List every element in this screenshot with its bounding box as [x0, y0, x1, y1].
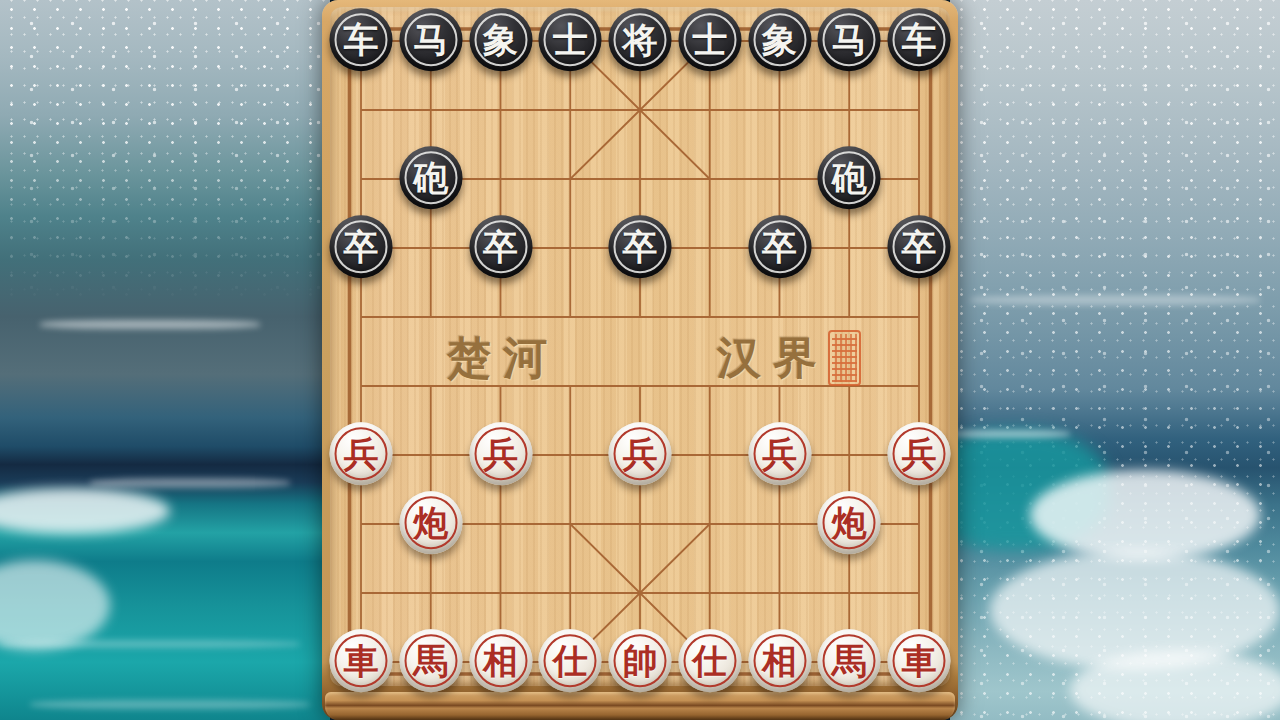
piece-black-elephant[interactable]: 象	[469, 8, 532, 71]
piece-black-cannon[interactable]: 砲	[818, 146, 881, 209]
piece-label: 士	[692, 22, 727, 57]
piece-label: 馬	[832, 643, 867, 678]
piece-black-soldier[interactable]: 卒	[888, 215, 951, 278]
piece-black-soldier[interactable]: 卒	[469, 215, 532, 278]
piece-label: 砲	[413, 160, 448, 195]
piece-label: 仕	[553, 643, 588, 678]
piece-label: 車	[902, 643, 937, 678]
piece-label: 马	[832, 22, 867, 57]
piece-black-advisor[interactable]: 士	[678, 8, 741, 71]
piece-label: 车	[344, 22, 379, 57]
piece-label: 仕	[692, 643, 727, 678]
piece-red-cannon[interactable]: 炮	[399, 491, 462, 554]
river-label-right: 汉界	[703, 329, 843, 388]
ocean-background-left	[0, 0, 330, 720]
piece-red-advisor[interactable]: 仕	[678, 629, 741, 692]
piece-red-soldier[interactable]: 兵	[888, 422, 951, 485]
sparkle-overlay	[950, 0, 1280, 720]
piece-label: 卒	[902, 229, 937, 264]
river-seal-stamp	[828, 330, 861, 386]
piece-black-horse[interactable]: 马	[399, 8, 462, 71]
piece-red-cannon[interactable]: 炮	[818, 491, 881, 554]
piece-label: 车	[902, 22, 937, 57]
piece-red-soldier[interactable]: 兵	[748, 422, 811, 485]
sparkle-overlay	[0, 0, 330, 720]
piece-label: 相	[762, 643, 797, 678]
wave-foam	[990, 550, 1280, 670]
piece-black-horse[interactable]: 马	[818, 8, 881, 71]
piece-red-soldier[interactable]: 兵	[469, 422, 532, 485]
piece-red-soldier[interactable]: 兵	[609, 422, 672, 485]
wave-foam	[0, 560, 110, 650]
piece-label: 兵	[762, 436, 797, 471]
wave-wisp	[30, 700, 310, 709]
piece-red-chariot[interactable]: 車	[330, 629, 393, 692]
ocean-background-right	[950, 0, 1280, 720]
piece-red-chariot[interactable]: 車	[888, 629, 951, 692]
piece-label: 马	[413, 22, 448, 57]
piece-red-advisor[interactable]: 仕	[539, 629, 602, 692]
piece-black-advisor[interactable]: 士	[539, 8, 602, 71]
piece-black-soldier[interactable]: 卒	[330, 215, 393, 278]
piece-label: 帥	[623, 643, 658, 678]
piece-label: 砲	[832, 160, 867, 195]
piece-red-general[interactable]: 帥	[609, 629, 672, 692]
piece-black-soldier[interactable]: 卒	[609, 215, 672, 278]
piece-label: 卒	[762, 229, 797, 264]
piece-label: 相	[483, 643, 518, 678]
wave-wisp	[90, 478, 290, 488]
wave-wisp	[0, 640, 300, 648]
board-tray-edge	[325, 692, 955, 720]
piece-black-chariot[interactable]: 车	[888, 8, 951, 71]
piece-red-soldier[interactable]: 兵	[330, 422, 393, 485]
piece-label: 兵	[623, 436, 658, 471]
piece-label: 車	[344, 643, 379, 678]
wave-foam	[1070, 650, 1280, 720]
piece-black-general[interactable]: 将	[609, 8, 672, 71]
piece-label: 兵	[344, 436, 379, 471]
piece-label: 士	[553, 22, 588, 57]
wave-foam	[0, 488, 170, 534]
river-label-left: 楚河	[433, 329, 573, 388]
piece-red-elephant[interactable]: 相	[469, 629, 532, 692]
piece-label: 兵	[902, 436, 937, 471]
piece-label: 兵	[483, 436, 518, 471]
piece-black-chariot[interactable]: 车	[330, 8, 393, 71]
piece-label: 炮	[413, 505, 448, 540]
xiangqi-board: 楚河 汉界 车马象士将士象马车砲砲卒卒卒卒卒兵兵兵兵兵炮炮車馬相仕帥仕相馬車	[322, 0, 958, 720]
wave-foam	[1030, 470, 1260, 560]
piece-black-soldier[interactable]: 卒	[748, 215, 811, 278]
wave-wisp	[40, 320, 260, 329]
wave-wisp	[950, 430, 1070, 438]
piece-label: 炮	[832, 505, 867, 540]
wave-wisp	[970, 295, 1260, 305]
piece-black-cannon[interactable]: 砲	[399, 146, 462, 209]
screen: 楚河 汉界 车马象士将士象马车砲砲卒卒卒卒卒兵兵兵兵兵炮炮車馬相仕帥仕相馬車	[0, 0, 1280, 720]
piece-label: 象	[762, 22, 797, 57]
piece-red-horse[interactable]: 馬	[818, 629, 881, 692]
piece-label: 将	[623, 22, 658, 57]
piece-label: 卒	[344, 229, 379, 264]
piece-red-elephant[interactable]: 相	[748, 629, 811, 692]
piece-red-horse[interactable]: 馬	[399, 629, 462, 692]
piece-label: 象	[483, 22, 518, 57]
piece-black-elephant[interactable]: 象	[748, 8, 811, 71]
piece-label: 馬	[413, 643, 448, 678]
piece-label: 卒	[623, 229, 658, 264]
piece-label: 卒	[483, 229, 518, 264]
